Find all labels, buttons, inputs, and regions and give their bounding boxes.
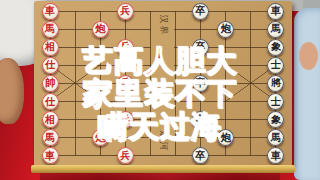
caption-line-2: 家里装不下 (0, 77, 320, 110)
piece-red-soldier[interactable]: 兵 (117, 3, 134, 20)
video-frame: 汉界楚河車馬象士將士象馬車炮炮卒卒卒卒卒兵兵兵兵兵炮炮車馬相仕帥仕相馬車 艺高人… (0, 0, 320, 180)
caption-line-1: 艺高人胆大 (0, 44, 320, 77)
piece-black-horse[interactable]: 馬 (267, 21, 284, 38)
piece-black-chariot[interactable]: 車 (267, 3, 284, 20)
piece-black-soldier[interactable]: 卒 (192, 147, 209, 164)
caption-overlay: 艺高人胆大 家里装不下 瞒天过海 (0, 44, 320, 143)
piece-red-chariot[interactable]: 車 (42, 147, 59, 164)
caption-line-3: 瞒天过海 (0, 110, 320, 143)
piece-red-soldier[interactable]: 兵 (117, 147, 134, 164)
piece-red-horse[interactable]: 馬 (42, 21, 59, 38)
piece-black-cannon[interactable]: 炮 (217, 21, 234, 38)
piece-black-soldier[interactable]: 卒 (192, 3, 209, 20)
river-label-hanjie: 汉界 (156, 14, 169, 36)
board-file-line (50, 11, 276, 12)
piece-red-cannon[interactable]: 炮 (92, 21, 109, 38)
piece-red-chariot[interactable]: 車 (42, 3, 59, 20)
piece-black-chariot[interactable]: 車 (267, 147, 284, 164)
board-file-line (50, 155, 276, 156)
board-edge-trim (31, 165, 295, 173)
